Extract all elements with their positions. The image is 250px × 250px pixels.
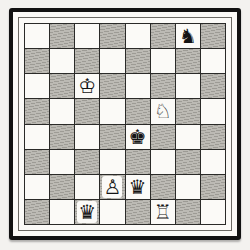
square-f1: ♖ xyxy=(151,200,175,224)
piece-black-queen: ♛ xyxy=(129,176,147,198)
square-a8 xyxy=(25,24,49,48)
square-h1 xyxy=(201,200,225,224)
square-g3 xyxy=(176,150,200,174)
square-c5 xyxy=(75,99,99,123)
square-c6: ♔ xyxy=(75,74,99,98)
square-f8 xyxy=(151,24,175,48)
square-a6 xyxy=(25,74,49,98)
square-d6 xyxy=(100,74,124,98)
square-e2: ♛ xyxy=(126,175,150,199)
square-a1 xyxy=(25,200,49,224)
square-e8 xyxy=(126,24,150,48)
square-h2 xyxy=(201,175,225,199)
square-e1 xyxy=(126,200,150,224)
square-d4 xyxy=(100,125,124,149)
square-b6 xyxy=(50,74,74,98)
square-f3 xyxy=(151,150,175,174)
square-f7 xyxy=(151,49,175,73)
square-b1 xyxy=(50,200,74,224)
square-h5 xyxy=(201,99,225,123)
square-c1: ♛ xyxy=(75,200,99,224)
square-f4 xyxy=(151,125,175,149)
square-f5: ♘ xyxy=(151,99,175,123)
square-d8 xyxy=(100,24,124,48)
square-b4 xyxy=(50,125,74,149)
square-c4 xyxy=(75,125,99,149)
square-c2 xyxy=(75,175,99,199)
piece-white-king: ♔ xyxy=(78,75,96,97)
square-h6 xyxy=(201,74,225,98)
chess-board: ♞♔♘♚♙♛♛♖ xyxy=(24,23,226,225)
square-g8: ♞ xyxy=(176,24,200,48)
square-b7 xyxy=(50,49,74,73)
square-d2: ♙ xyxy=(100,175,124,199)
square-b3 xyxy=(50,150,74,174)
square-g7 xyxy=(176,49,200,73)
square-h3 xyxy=(201,150,225,174)
square-b5 xyxy=(50,99,74,123)
square-d5 xyxy=(100,99,124,123)
piece-white-pawn: ♙ xyxy=(102,176,122,198)
square-e6 xyxy=(126,74,150,98)
piece-white-rook: ♖ xyxy=(154,201,172,223)
square-b8 xyxy=(50,24,74,48)
square-d3 xyxy=(100,150,124,174)
square-e7 xyxy=(126,49,150,73)
square-g5 xyxy=(176,99,200,123)
square-h8 xyxy=(201,24,225,48)
diagram-outer-frame: ♞♔♘♚♙♛♛♖ xyxy=(9,8,241,240)
square-d1 xyxy=(100,200,124,224)
piece-black-king: ♚ xyxy=(129,126,147,148)
square-a4 xyxy=(25,125,49,149)
square-f6 xyxy=(151,74,175,98)
square-e5 xyxy=(126,99,150,123)
piece-black-knight: ♞ xyxy=(179,25,197,47)
square-a3 xyxy=(25,150,49,174)
square-e3 xyxy=(126,150,150,174)
square-g1 xyxy=(176,200,200,224)
piece-white-knight: ♘ xyxy=(154,100,172,122)
square-b2 xyxy=(50,175,74,199)
square-a5 xyxy=(25,99,49,123)
square-c7 xyxy=(75,49,99,73)
square-h7 xyxy=(201,49,225,73)
square-g4 xyxy=(176,125,200,149)
square-h4 xyxy=(201,125,225,149)
square-g2 xyxy=(176,175,200,199)
square-d7 xyxy=(100,49,124,73)
square-c3 xyxy=(75,150,99,174)
square-a2 xyxy=(25,175,49,199)
square-e4: ♚ xyxy=(126,125,150,149)
square-f2 xyxy=(151,175,175,199)
diagram-inner-frame: ♞♔♘♚♙♛♛♖ xyxy=(18,17,232,231)
square-a7 xyxy=(25,49,49,73)
square-g6 xyxy=(176,74,200,98)
square-c8 xyxy=(75,24,99,48)
piece-black-queen: ♛ xyxy=(77,201,97,223)
